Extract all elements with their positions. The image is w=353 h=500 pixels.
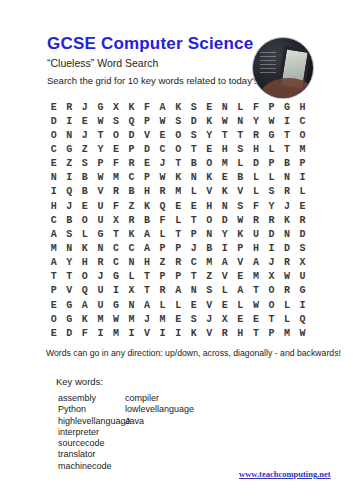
grid-cell: X [295, 256, 311, 270]
grid-cell: H [217, 142, 233, 156]
grid-cell: O [264, 298, 280, 312]
grid-cell: G [62, 298, 78, 312]
grid-cell: I [295, 298, 311, 312]
grid-cell: L [124, 270, 140, 284]
grid-cell: Y [264, 199, 280, 213]
grid-cell: V [201, 326, 217, 340]
grid-cell: G [62, 312, 78, 326]
grid-cell: J [201, 312, 217, 326]
grid-cell: T [233, 128, 249, 142]
grid-cell: W [248, 298, 264, 312]
grid-cell: U [93, 213, 109, 227]
grid-cell: R [62, 100, 78, 114]
grid-cell: E [233, 270, 249, 284]
grid-cell: P [264, 326, 280, 340]
grid-cell: B [62, 213, 78, 227]
grid-cell: V [93, 185, 109, 199]
grid-cell: P [170, 241, 186, 255]
grid-cell: W [93, 171, 109, 185]
grid-cell: E [170, 312, 186, 326]
grid-cell: I [124, 326, 140, 340]
grid-cell: E [201, 100, 217, 114]
grid-cell: B [279, 157, 295, 171]
grid-cell: N [217, 100, 233, 114]
grid-cell: E [201, 142, 217, 156]
grid-cell: U [295, 270, 311, 284]
grid-cell: E [46, 326, 62, 340]
grid-cell: E [155, 128, 171, 142]
grid-cell: H [233, 326, 249, 340]
grid-cell: D [248, 157, 264, 171]
grid-cell: S [108, 114, 124, 128]
grid-cell: L [186, 185, 202, 199]
grid-cell: N [46, 171, 62, 185]
grid-cell: V [233, 256, 249, 270]
grid-cell: F [139, 100, 155, 114]
grid-cell: Z [155, 256, 171, 270]
grid-cell: X [217, 312, 233, 326]
grid-cell: O [264, 284, 280, 298]
grid-cell: Y [217, 227, 233, 241]
grid-cell: T [279, 128, 295, 142]
grid-cell: G [93, 100, 109, 114]
keyword-item: lowlevellanguage [125, 404, 194, 415]
grid-cell: W [155, 171, 171, 185]
grid-cell: V [201, 185, 217, 199]
grid-cell: V [139, 326, 155, 340]
grid-cell: R [279, 284, 295, 298]
keywords-heading: Key words: [56, 376, 103, 387]
grid-cell: G [295, 284, 311, 298]
grid-cell: F [155, 213, 171, 227]
grid-cell: E [217, 171, 233, 185]
grid-cell: R [108, 185, 124, 199]
grid-cell: L [233, 298, 249, 312]
grid-cell: N [217, 199, 233, 213]
keyword-item: interpreter [58, 427, 131, 438]
instruction-text: Search the grid for 10 key words related… [47, 75, 281, 86]
grid-cell: L [170, 298, 186, 312]
grid-cell: L [77, 227, 93, 241]
grid-cell: T [93, 128, 109, 142]
grid-cell: A [155, 100, 171, 114]
grid-cell: K [233, 227, 249, 241]
grid-cell: Q [77, 284, 93, 298]
direction-note: Words can go in any direction: up/down, … [46, 348, 341, 358]
grid-cell: L [248, 185, 264, 199]
grid-cell: B [233, 171, 249, 185]
grid-cell: P [139, 114, 155, 128]
grid-cell: T [248, 284, 264, 298]
grid-cell: N [62, 128, 78, 142]
grid-cell: A [217, 256, 233, 270]
grid-cell: K [124, 100, 140, 114]
grid-cell: W [93, 114, 109, 128]
grid-cell: J [264, 256, 280, 270]
grid-cell: B [77, 171, 93, 185]
grid-cell: F [77, 326, 93, 340]
grid-cell: M [108, 171, 124, 185]
grid-cell: O [295, 128, 311, 142]
grid-cell: R [248, 213, 264, 227]
grid-cell: E [77, 199, 93, 213]
grid-cell: C [124, 171, 140, 185]
grid-cell: O [46, 128, 62, 142]
hand-shape [259, 78, 313, 99]
grid-cell: I [279, 114, 295, 128]
grid-cell: A [46, 227, 62, 241]
grid-cell: K [186, 326, 202, 340]
grid-cell: J [186, 241, 202, 255]
grid-cell: C [155, 142, 171, 156]
grid-cell: M [93, 312, 109, 326]
grid-cell: V [217, 270, 233, 284]
grid-cell: Z [201, 270, 217, 284]
grid-cell: B [186, 157, 202, 171]
grid-cell: D [295, 227, 311, 241]
grid-cell: D [124, 128, 140, 142]
grid-cell: A [139, 241, 155, 255]
grid-cell: J [62, 199, 78, 213]
grid-cell: E [46, 298, 62, 312]
grid-cell: R [124, 213, 140, 227]
grid-cell: D [186, 114, 202, 128]
grid-cell: T [170, 157, 186, 171]
grid-cell: S [186, 100, 202, 114]
grid-cell: I [62, 114, 78, 128]
grid-cell: T [170, 227, 186, 241]
grid-cell: R [155, 185, 171, 199]
grid-cell: C [108, 256, 124, 270]
grid-cell: A [139, 227, 155, 241]
grid-cell: F [108, 199, 124, 213]
grid-cell: P [186, 227, 202, 241]
grid-cell: P [264, 100, 280, 114]
device-photo [252, 37, 314, 99]
grid-cell: O [46, 312, 62, 326]
grid-cell: K [217, 185, 233, 199]
grid-cell: E [139, 157, 155, 171]
grid-cell: P [155, 241, 171, 255]
grid-cell: S [77, 157, 93, 171]
grid-cell: T [139, 284, 155, 298]
grid-cell: M [124, 312, 140, 326]
grid-cell: T [186, 213, 202, 227]
grid-cell: T [217, 128, 233, 142]
grid-cell: R [124, 157, 140, 171]
keyword-item: highlevellanguage [58, 416, 131, 427]
grid-cell: J [77, 100, 93, 114]
grid-cell: N [124, 298, 140, 312]
grid-cell: E [108, 142, 124, 156]
grid-cell: S [186, 312, 202, 326]
grid-cell: I [108, 284, 124, 298]
grid-cell: E [217, 298, 233, 312]
grid-cell: W [279, 270, 295, 284]
grid-cell: R [279, 256, 295, 270]
grid-cell: W [155, 114, 171, 128]
grid-cell: B [201, 241, 217, 255]
grid-cell: L [264, 142, 280, 156]
grid-cell: N [124, 256, 140, 270]
grid-cell: Q [62, 185, 78, 199]
grid-cell: Y [93, 142, 109, 156]
grid-cell: O [201, 213, 217, 227]
grid-cell: C [124, 241, 140, 255]
grid-cell: R [264, 213, 280, 227]
grid-cell: P [264, 157, 280, 171]
grid-cell: M [155, 312, 171, 326]
grid-cell: L [155, 227, 171, 241]
grid-cell: E [233, 312, 249, 326]
grid-cell: K [77, 312, 93, 326]
grid-cell: L [155, 298, 171, 312]
grid-cell: A [248, 256, 264, 270]
grid-cell: E [46, 100, 62, 114]
grid-cell: A [170, 284, 186, 298]
grid-cell: X [108, 213, 124, 227]
grid-cell: E [248, 312, 264, 326]
grid-cell: O [108, 128, 124, 142]
grid-cell: T [186, 142, 202, 156]
grid-cell: N [201, 227, 217, 241]
grid-cell: V [201, 298, 217, 312]
grid-cell: H [139, 185, 155, 199]
grid-cell: K [170, 100, 186, 114]
grid-cell: E [295, 199, 311, 213]
keyword-item: translator [58, 449, 131, 460]
grid-cell: L [233, 100, 249, 114]
grid-cell: R [155, 284, 171, 298]
grid-cell: M [295, 142, 311, 156]
grid-cell: A [139, 298, 155, 312]
grid-cell: G [108, 298, 124, 312]
grid-cell: N [186, 171, 202, 185]
grid-cell: J [93, 270, 109, 284]
grid-cell: L [170, 213, 186, 227]
grid-cell: B [77, 185, 93, 199]
grid-cell: C [46, 213, 62, 227]
keyword-item: assembly [58, 393, 131, 404]
grid-cell: T [62, 270, 78, 284]
grid-cell: J [155, 157, 171, 171]
grid-cell: J [77, 128, 93, 142]
grid-cell: I [46, 185, 62, 199]
grid-cell: E [186, 298, 202, 312]
page-title: GCSE Computer Science [47, 34, 253, 54]
grid-cell: D [139, 142, 155, 156]
grid-cell: F [248, 199, 264, 213]
grid-cell: C [46, 142, 62, 156]
grid-cell: S [295, 241, 311, 255]
grid-cell: P [46, 284, 62, 298]
grid-cell: Q [155, 199, 171, 213]
grid-cell: A [77, 298, 93, 312]
grid-cell: H [248, 241, 264, 255]
grid-cell: P [233, 241, 249, 255]
grid-cell: T [139, 270, 155, 284]
grid-cell: G [264, 128, 280, 142]
grid-cell: U [93, 199, 109, 213]
grid-cell: L [279, 298, 295, 312]
grid-cell: G [279, 100, 295, 114]
grid-cell: P [93, 157, 109, 171]
grid-cell: L [217, 284, 233, 298]
grid-cell: U [93, 298, 109, 312]
grid-cell: M [170, 185, 186, 199]
grid-cell: X [264, 270, 280, 284]
grid-cell: K [139, 199, 155, 213]
grid-cell: X [124, 284, 140, 298]
grid-cell: C [295, 114, 311, 128]
grid-cell: K [124, 227, 140, 241]
grid-cell: N [62, 241, 78, 255]
grid-cell: D [264, 227, 280, 241]
grid-cell: B [139, 213, 155, 227]
grid-cell: T [46, 270, 62, 284]
grid-cell: X [108, 100, 124, 114]
grid-cell: M [201, 256, 217, 270]
keyword-col-1: assemblyPythonhighlevellanguageinterpret… [58, 393, 131, 472]
grid-cell: P [295, 157, 311, 171]
grid-cell: W [264, 114, 280, 128]
grid-cell: H [46, 199, 62, 213]
code-texture [260, 52, 276, 76]
keyword-item: Python [58, 404, 131, 415]
grid-cell: R [248, 128, 264, 142]
grid-cell: N [186, 284, 202, 298]
grid-cell: O [170, 128, 186, 142]
word-search-grid: ERJGXKFAKSENLFPGHDIEWSQPWSDKWNYWICONJTOD… [46, 100, 310, 340]
grid-cell: L [233, 157, 249, 171]
grid-cell: E [46, 157, 62, 171]
grid-cell: F [108, 157, 124, 171]
grid-cell: Z [62, 157, 78, 171]
grid-cell: M [108, 326, 124, 340]
grid-cell: K [170, 171, 186, 185]
grid-cell: O [77, 270, 93, 284]
grid-cell: W [233, 213, 249, 227]
grid-cell: P [139, 171, 155, 185]
grid-cell: L [248, 171, 264, 185]
grid-cell: M [217, 157, 233, 171]
grid-cell: K [279, 213, 295, 227]
grid-cell: A [233, 284, 249, 298]
grid-cell: N [93, 241, 109, 255]
grid-cell: S [186, 128, 202, 142]
grid-cell: O [77, 213, 93, 227]
grid-cell: U [248, 227, 264, 241]
grid-cell: R [279, 185, 295, 199]
grid-cell: T [108, 227, 124, 241]
grid-cell: O [201, 157, 217, 171]
grid-cell: V [139, 128, 155, 142]
grid-cell: I [170, 326, 186, 340]
grid-cell: E [186, 199, 202, 213]
footer-link[interactable]: www.teachcomputing.net [239, 469, 331, 479]
keyword-item: sourcecode [58, 438, 131, 449]
grid-cell: D [279, 241, 295, 255]
grid-cell: I [155, 326, 171, 340]
grid-cell: I [217, 241, 233, 255]
grid-cell: W [295, 326, 311, 340]
grid-cell: G [108, 270, 124, 284]
grid-cell: D [217, 213, 233, 227]
grid-cell: T [186, 270, 202, 284]
grid-cell: H [295, 100, 311, 114]
grid-cell: Z [77, 142, 93, 156]
grid-cell: H [248, 142, 264, 156]
grid-cell: E [77, 114, 93, 128]
grid-cell: K [201, 114, 217, 128]
page-subtitle: “Clueless” Word Search [47, 57, 158, 69]
grid-cell: I [93, 326, 109, 340]
grid-cell: J [139, 312, 155, 326]
grid-cell: O [170, 142, 186, 156]
grid-cell: T [248, 326, 264, 340]
grid-cell: C [108, 241, 124, 255]
grid-cell: T [279, 142, 295, 156]
grid-cell: K [201, 171, 217, 185]
keyword-col-2: compilerlowlevellanguageJava [125, 393, 194, 427]
grid-cell: W [217, 114, 233, 128]
grid-cell: F [248, 100, 264, 114]
grid-cell: L [264, 171, 280, 185]
grid-cell: U [93, 284, 109, 298]
grid-cell: D [62, 326, 78, 340]
grid-cell: G [62, 142, 78, 156]
grid-cell: K [77, 241, 93, 255]
keyword-item: compiler [125, 393, 194, 404]
grid-cell: S [170, 114, 186, 128]
grid-cell: G [93, 227, 109, 241]
grid-cell: T [264, 312, 280, 326]
grid-cell: M [279, 326, 295, 340]
grid-cell: J [279, 199, 295, 213]
grid-cell: I [264, 241, 280, 255]
grid-cell: M [248, 270, 264, 284]
grid-cell: H [139, 256, 155, 270]
grid-cell: Q [124, 114, 140, 128]
grid-cell: R [217, 326, 233, 340]
grid-cell: V [233, 185, 249, 199]
grid-cell: Z [124, 199, 140, 213]
grid-cell: L [295, 185, 311, 199]
grid-cell: P [155, 270, 171, 284]
grid-cell: R [93, 256, 109, 270]
grid-cell: P [170, 270, 186, 284]
grid-cell: N [233, 114, 249, 128]
keyword-item: machinecode [58, 461, 131, 472]
grid-cell: Y [201, 128, 217, 142]
grid-cell: Y [62, 256, 78, 270]
grid-cell: E [170, 199, 186, 213]
grid-cell: R [295, 213, 311, 227]
grid-cell: H [77, 256, 93, 270]
grid-cell: A [46, 256, 62, 270]
grid-cell: I [295, 171, 311, 185]
worksheet-page: GCSE Computer Science “Clueless” Word Se… [0, 0, 353, 500]
grid-cell: Y [248, 114, 264, 128]
grid-cell: S [62, 227, 78, 241]
grid-cell: W [108, 312, 124, 326]
grid-cell: C [186, 256, 202, 270]
grid-cell: P [124, 142, 140, 156]
grid-cell: S [233, 142, 249, 156]
grid-cell: N [279, 227, 295, 241]
grid-cell: S [233, 199, 249, 213]
grid-cell: L [279, 312, 295, 326]
